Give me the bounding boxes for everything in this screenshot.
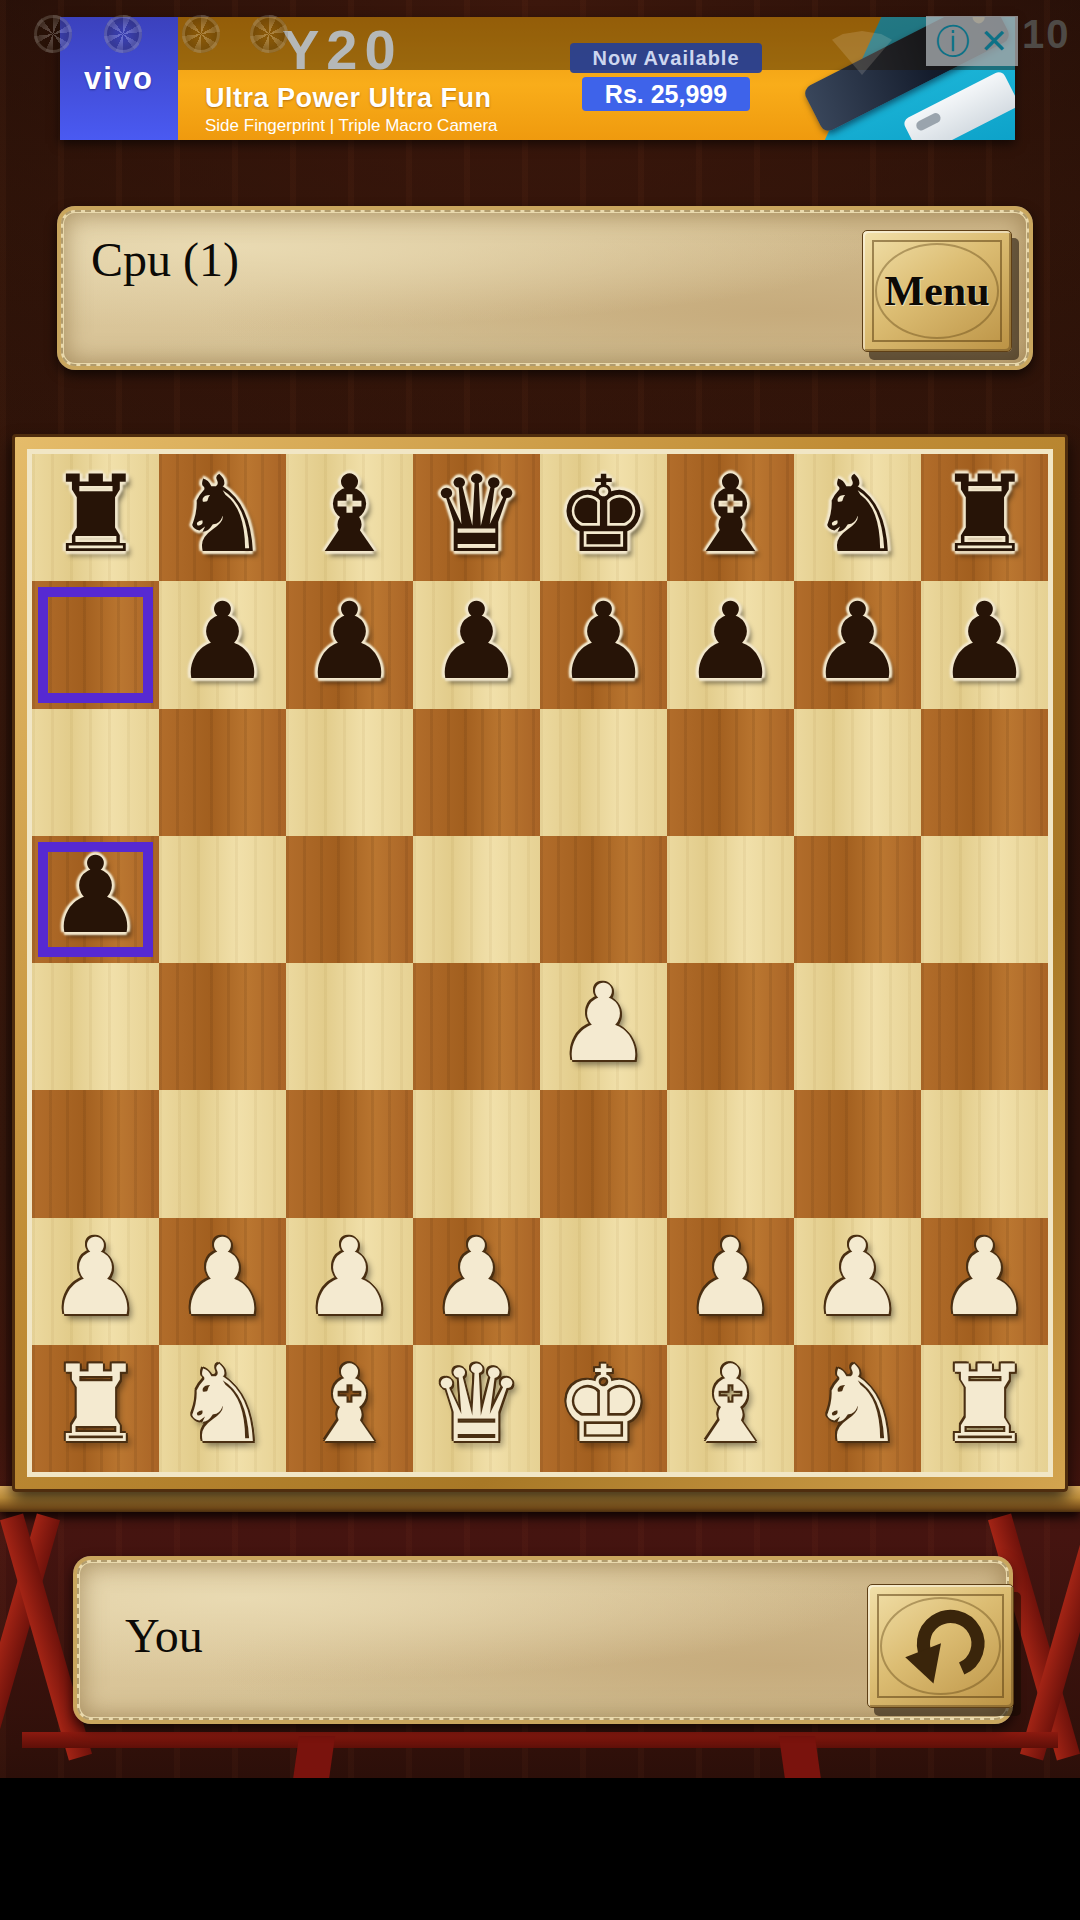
piece-black-pawn[interactable]: ♟	[429, 589, 524, 695]
piece-white-pawn[interactable]: ♟	[937, 1225, 1032, 1331]
square-g7[interactable]: ♟	[794, 581, 921, 708]
piece-black-queen[interactable]: ♛	[429, 462, 524, 568]
square-c7[interactable]: ♟	[286, 581, 413, 708]
square-b8[interactable]: ♞	[159, 454, 286, 581]
square-b7[interactable]: ♟	[159, 581, 286, 708]
square-d3[interactable]	[413, 1090, 540, 1217]
square-c2[interactable]: ♟	[286, 1218, 413, 1345]
square-f7[interactable]: ♟	[667, 581, 794, 708]
adchoices-box[interactable]: ⓘ ✕	[926, 16, 1018, 66]
ad-availability-badge: Now Available	[570, 43, 762, 73]
piece-white-pawn[interactable]: ♟	[302, 1225, 397, 1331]
square-h1[interactable]: ♜	[921, 1345, 1048, 1472]
undo-button[interactable]	[867, 1584, 1014, 1708]
piece-black-pawn[interactable]: ♟	[683, 589, 778, 695]
piece-black-knight[interactable]: ♞	[175, 462, 270, 568]
aperture-watermark-icon	[104, 15, 142, 53]
square-f1[interactable]: ♝	[667, 1345, 794, 1472]
square-c6[interactable]	[286, 709, 413, 836]
square-g6[interactable]	[794, 709, 921, 836]
square-d8[interactable]: ♛	[413, 454, 540, 581]
piece-white-pawn[interactable]: ♟	[48, 1225, 143, 1331]
piece-white-pawn[interactable]: ♟	[810, 1225, 905, 1331]
square-b3[interactable]	[159, 1090, 286, 1217]
square-g3[interactable]	[794, 1090, 921, 1217]
piece-black-knight[interactable]: ♞	[810, 462, 905, 568]
square-a1[interactable]: ♜	[32, 1345, 159, 1472]
square-c1[interactable]: ♝	[286, 1345, 413, 1472]
square-g8[interactable]: ♞	[794, 454, 921, 581]
piece-white-rook[interactable]: ♜	[48, 1352, 143, 1458]
square-h6[interactable]	[921, 709, 1048, 836]
stand-foot	[293, 1736, 335, 1780]
square-d2[interactable]: ♟	[413, 1218, 540, 1345]
square-e2[interactable]	[540, 1218, 667, 1345]
square-d5[interactable]	[413, 836, 540, 963]
square-d1[interactable]: ♛	[413, 1345, 540, 1472]
piece-black-rook[interactable]: ♜	[48, 462, 143, 568]
aperture-watermark-icon	[250, 15, 288, 53]
piece-black-pawn[interactable]: ♟	[175, 589, 270, 695]
aperture-watermark-icon	[34, 15, 72, 53]
square-h7[interactable]: ♟	[921, 581, 1048, 708]
square-c4[interactable]	[286, 963, 413, 1090]
piece-black-bishop[interactable]: ♝	[302, 462, 397, 568]
ad-model-text: Y20	[282, 17, 403, 82]
piece-black-pawn[interactable]: ♟	[556, 589, 651, 695]
square-a2[interactable]: ♟	[32, 1218, 159, 1345]
square-f6[interactable]	[667, 709, 794, 836]
square-g5[interactable]	[794, 836, 921, 963]
square-b4[interactable]	[159, 963, 286, 1090]
square-h5[interactable]	[921, 836, 1048, 963]
square-a6[interactable]	[32, 709, 159, 836]
square-h4[interactable]	[921, 963, 1048, 1090]
stand-foot	[779, 1736, 821, 1780]
square-g2[interactable]: ♟	[794, 1218, 921, 1345]
piece-black-pawn[interactable]: ♟	[302, 589, 397, 695]
player-name: You	[125, 1608, 203, 1663]
piece-black-pawn[interactable]: ♟	[48, 843, 143, 949]
vivo-logo-text: vivo	[84, 61, 154, 97]
opponent-name: Cpu (1)	[91, 232, 239, 287]
aperture-watermark-icon	[182, 15, 220, 53]
piece-white-king[interactable]: ♚	[556, 1352, 651, 1458]
phone-camera-strip	[915, 111, 943, 132]
android-nav-bar	[0, 1778, 1080, 1920]
square-f4[interactable]	[667, 963, 794, 1090]
square-h2[interactable]: ♟	[921, 1218, 1048, 1345]
square-c3[interactable]	[286, 1090, 413, 1217]
square-e6[interactable]	[540, 709, 667, 836]
square-e8[interactable]: ♚	[540, 454, 667, 581]
square-g4[interactable]	[794, 963, 921, 1090]
square-b2[interactable]: ♟	[159, 1218, 286, 1345]
piece-white-rook[interactable]: ♜	[937, 1352, 1032, 1458]
piece-white-queen[interactable]: ♛	[429, 1352, 524, 1458]
square-e1[interactable]: ♚	[540, 1345, 667, 1472]
square-c5[interactable]	[286, 836, 413, 963]
square-e5[interactable]	[540, 836, 667, 963]
square-d7[interactable]: ♟	[413, 581, 540, 708]
piece-black-pawn[interactable]: ♟	[810, 589, 905, 695]
ad-info-icon[interactable]: ⓘ	[936, 24, 970, 58]
piece-black-pawn[interactable]: ♟	[937, 589, 1032, 695]
square-f2[interactable]: ♟	[667, 1218, 794, 1345]
ad-price-badge: Rs. 25,999	[582, 77, 750, 111]
menu-button-label: Menu	[885, 267, 990, 315]
square-c8[interactable]: ♝	[286, 454, 413, 581]
piece-white-pawn[interactable]: ♟	[429, 1225, 524, 1331]
square-f5[interactable]	[667, 836, 794, 963]
menu-button[interactable]: Menu	[862, 230, 1012, 352]
piece-white-bishop[interactable]: ♝	[683, 1352, 778, 1458]
square-f8[interactable]: ♝	[667, 454, 794, 581]
square-a8[interactable]: ♜	[32, 454, 159, 581]
ad-headline: Ultra Power Ultra Fun	[205, 83, 492, 114]
piece-white-knight[interactable]: ♞	[175, 1352, 270, 1458]
square-d6[interactable]	[413, 709, 540, 836]
piece-white-pawn[interactable]: ♟	[175, 1225, 270, 1331]
square-b5[interactable]	[159, 836, 286, 963]
piece-white-pawn[interactable]: ♟	[683, 1225, 778, 1331]
ad-close-icon[interactable]: ✕	[980, 24, 1009, 58]
piece-white-knight[interactable]: ♞	[810, 1352, 905, 1458]
square-h3[interactable]	[921, 1090, 1048, 1217]
piece-white-pawn[interactable]: ♟	[556, 971, 651, 1077]
square-e4[interactable]: ♟	[540, 963, 667, 1090]
square-e7[interactable]: ♟	[540, 581, 667, 708]
player-bar: You	[73, 1556, 1013, 1724]
ad-subline: Side Fingerprint | Triple Macro Camera	[205, 116, 498, 136]
square-e3[interactable]	[540, 1090, 667, 1217]
piece-black-bishop[interactable]: ♝	[683, 462, 778, 568]
square-a4[interactable]	[32, 963, 159, 1090]
square-d4[interactable]	[413, 963, 540, 1090]
undo-icon	[894, 1599, 988, 1693]
chess-board: ♜♞♝♛♚♝♞♜♟♟♟♟♟♟♟♟♟♟♟♟♟♟♟♟♜♞♝♛♚♝♞♜	[12, 434, 1068, 1492]
square-a3[interactable]	[32, 1090, 159, 1217]
piece-black-king[interactable]: ♚	[556, 462, 651, 568]
square-f3[interactable]	[667, 1090, 794, 1217]
board-grid: ♜♞♝♛♚♝♞♜♟♟♟♟♟♟♟♟♟♟♟♟♟♟♟♟♜♞♝♛♚♝♞♜	[27, 449, 1053, 1477]
square-a7[interactable]	[32, 581, 159, 708]
stand-rail	[22, 1732, 1058, 1748]
piece-black-rook[interactable]: ♜	[937, 462, 1032, 568]
square-g1[interactable]: ♞	[794, 1345, 921, 1472]
piece-white-bishop[interactable]: ♝	[302, 1352, 397, 1458]
opponent-bar: Cpu (1) Menu	[57, 206, 1033, 370]
square-b1[interactable]: ♞	[159, 1345, 286, 1472]
square-h8[interactable]: ♜	[921, 454, 1048, 581]
square-b6[interactable]	[159, 709, 286, 836]
square-a5[interactable]: ♟	[32, 836, 159, 963]
overlay-number: 10	[1022, 12, 1071, 57]
